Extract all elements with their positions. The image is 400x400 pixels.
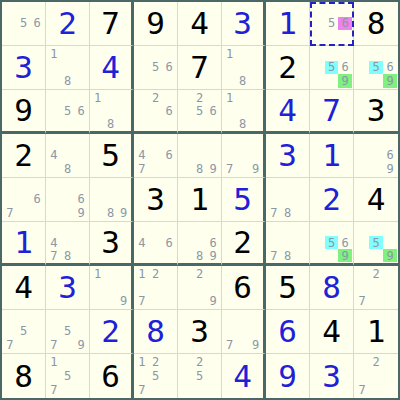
given-digit-8: 8: [14, 361, 33, 392]
cell-r6c4[interactable]: 46: [134, 222, 178, 266]
candidate-empty: [162, 74, 176, 88]
pencil-marks: 579: [47, 311, 88, 352]
pencil-marks: 59: [355, 223, 397, 262]
cell-r8c9[interactable]: 1: [354, 310, 398, 354]
candidate-empty: [47, 135, 61, 149]
candidate-empty: [267, 193, 281, 207]
candidate-5: 5: [61, 325, 75, 339]
cell-r7c5[interactable]: 29: [178, 266, 222, 310]
candidate-5: 5: [149, 369, 163, 383]
candidate-7: 7: [47, 383, 61, 397]
candidate-empty: [193, 223, 207, 236]
given-digit-1: 1: [190, 184, 209, 215]
candidate-empty: [383, 267, 397, 281]
cell-r4c8[interactable]: 1: [310, 134, 354, 178]
candidate-empty: [311, 249, 325, 262]
candidate-empty: [294, 249, 308, 262]
candidate-9-highlight-green: 9: [383, 249, 397, 262]
cell-r9c8[interactable]: 3: [310, 354, 354, 398]
candidate-empty: [30, 311, 44, 325]
candidate-9: 9: [206, 162, 220, 176]
cell-r3c9[interactable]: 3: [354, 90, 398, 134]
candidate-6: 6: [206, 236, 220, 249]
pencil-marks: 1257: [135, 355, 176, 397]
pencil-marks: 467: [135, 135, 176, 176]
cell-r9c6[interactable]: 4: [222, 354, 266, 398]
cell-r3c8[interactable]: 7: [310, 90, 354, 134]
candidate-empty: [61, 61, 75, 75]
candidate-5-highlight-cyan: 5: [369, 61, 383, 75]
candidate-8: 8: [193, 162, 207, 176]
candidate-empty: [311, 30, 325, 44]
cell-r9c7[interactable]: 9: [266, 354, 310, 398]
solved-digit-3: 3: [58, 272, 77, 303]
cell-r7c6[interactable]: 6: [222, 266, 266, 310]
candidate-empty: [355, 223, 369, 236]
cell-r8c1[interactable]: 57: [2, 310, 46, 354]
candidate-empty: [179, 355, 193, 369]
candidate-empty: [369, 383, 383, 397]
given-digit-1: 1: [367, 316, 386, 347]
candidate-empty: [206, 369, 220, 383]
candidate-empty: [294, 193, 308, 207]
candidate-empty: [135, 91, 149, 104]
candidate-empty: [179, 104, 193, 117]
candidate-empty: [249, 47, 262, 61]
cell-r4c3[interactable]: 5: [90, 134, 134, 178]
candidate-2: 2: [369, 267, 383, 281]
pencil-marks: 478: [47, 223, 88, 262]
candidate-6: 6: [162, 236, 176, 249]
cell-r2c6[interactable]: 18: [222, 46, 266, 90]
cell-r9c3[interactable]: 6: [90, 354, 134, 398]
candidate-empty: [117, 193, 130, 207]
cell-r3c2[interactable]: 56: [46, 90, 90, 134]
candidate-5: 5: [17, 325, 31, 339]
candidate-empty: [383, 383, 397, 397]
candidate-empty: [135, 223, 149, 236]
candidate-empty: [135, 249, 149, 262]
candidate-empty: [193, 383, 207, 397]
candidate-1: 1: [223, 91, 236, 104]
cell-r7c8[interactable]: 8: [310, 266, 354, 310]
candidate-empty: [74, 91, 88, 104]
candidate-empty: [61, 179, 75, 193]
candidate-empty: [311, 61, 325, 75]
pencil-marks: 56: [135, 47, 176, 88]
given-digit-2: 2: [14, 140, 33, 171]
cell-r4c9[interactable]: 69: [354, 134, 398, 178]
candidate-empty: [149, 236, 163, 249]
candidate-7: 7: [223, 338, 236, 352]
candidate-empty: [369, 149, 383, 163]
candidate-5: 5: [193, 369, 207, 383]
cell-r1c3[interactable]: 7: [90, 2, 134, 46]
cell-r5c3[interactable]: 89: [90, 178, 134, 222]
candidate-empty: [369, 281, 383, 295]
candidate-empty: [383, 47, 397, 61]
cell-r2c7[interactable]: 2: [266, 46, 310, 90]
candidate-7: 7: [355, 383, 369, 397]
cell-r8c5[interactable]: 3: [178, 310, 222, 354]
cell-r8c2[interactable]: 579: [46, 310, 90, 354]
candidate-empty: [369, 294, 383, 308]
cell-r4c4[interactable]: 467: [134, 134, 178, 178]
candidate-5-highlight-cyan: 5: [369, 236, 383, 249]
cell-r5c9[interactable]: 4: [354, 178, 398, 222]
candidate-empty: [206, 91, 220, 104]
candidate-5: 5: [149, 61, 163, 75]
candidate-empty: [311, 223, 325, 236]
cell-r3c6[interactable]: 18: [222, 90, 266, 134]
pencil-marks: 69: [355, 135, 397, 176]
cell-r9c2[interactable]: 157: [46, 354, 90, 398]
cell-r3c1[interactable]: 9: [2, 90, 46, 134]
candidate-empty: [162, 369, 176, 383]
given-digit-4: 4: [367, 184, 386, 215]
candidate-empty: [61, 236, 75, 249]
candidate-empty: [311, 236, 325, 249]
cell-r8c3[interactable]: 2: [90, 310, 134, 354]
pencil-marks: 27: [355, 267, 397, 308]
cell-r8c7[interactable]: 6: [266, 310, 310, 354]
cell-r2c4[interactable]: 56: [134, 46, 178, 90]
candidate-9: 9: [206, 294, 220, 308]
solved-digit-3: 3: [278, 140, 297, 171]
given-digit-5: 5: [278, 272, 297, 303]
candidate-empty: [179, 267, 193, 281]
candidate-empty: [104, 179, 117, 193]
candidate-empty: [162, 294, 176, 308]
candidate-empty: [135, 61, 149, 75]
candidate-empty: [179, 249, 193, 262]
cell-r6c8[interactable]: 569: [310, 222, 354, 266]
cell-r8c4[interactable]: 8: [134, 310, 178, 354]
candidate-empty: [149, 135, 163, 149]
cell-r6c6[interactable]: 2: [222, 222, 266, 266]
cell-r6c9[interactable]: 59: [354, 222, 398, 266]
candidate-empty: [249, 149, 262, 163]
pencil-marks: 89: [179, 135, 220, 176]
candidate-6: 6: [162, 149, 176, 163]
cell-r5c8[interactable]: 2: [310, 178, 354, 222]
candidate-empty: [179, 91, 193, 104]
cell-r7c1[interactable]: 4: [2, 266, 46, 310]
candidate-8: 8: [281, 249, 295, 262]
cell-r4c2[interactable]: 48: [46, 134, 90, 178]
candidate-5: 5: [325, 17, 339, 31]
candidate-empty: [325, 3, 339, 17]
cell-r2c2[interactable]: 18: [46, 46, 90, 90]
candidate-empty: [61, 311, 75, 325]
candidate-empty: [104, 267, 117, 281]
solved-digit-4: 4: [101, 52, 120, 83]
given-digit-3: 3: [367, 95, 386, 126]
solved-digit-1: 1: [322, 140, 341, 171]
candidate-7: 7: [267, 249, 281, 262]
candidate-empty: [17, 179, 31, 193]
candidate-7: 7: [135, 383, 149, 397]
candidate-empty: [236, 47, 249, 61]
candidate-empty: [3, 17, 17, 31]
candidate-empty: [149, 294, 163, 308]
cell-r3c7[interactable]: 4: [266, 90, 310, 134]
candidate-1: 1: [47, 355, 61, 369]
candidate-empty: [193, 117, 207, 130]
cell-r6c5[interactable]: 689: [178, 222, 222, 266]
candidate-empty: [91, 117, 104, 130]
candidate-empty: [162, 249, 176, 262]
candidate-empty: [162, 223, 176, 236]
cell-r1c4[interactable]: 9: [134, 2, 178, 46]
candidate-empty: [61, 206, 75, 220]
candidate-empty: [17, 311, 31, 325]
cell-r7c4[interactable]: 127: [134, 266, 178, 310]
pencil-marks: 689: [179, 223, 220, 262]
cell-r9c1[interactable]: 8: [2, 354, 46, 398]
cell-r3c5[interactable]: 256: [178, 90, 222, 134]
candidate-empty: [383, 369, 397, 383]
candidate-7: 7: [47, 249, 61, 262]
cell-r1c9[interactable]: 8: [354, 2, 398, 46]
pencil-marks: 569: [311, 47, 352, 88]
given-digit-6: 6: [233, 272, 252, 303]
candidate-empty: [17, 3, 31, 17]
pencil-marks: 56: [3, 3, 44, 44]
given-digit-8: 8: [367, 8, 386, 39]
cell-r2c1[interactable]: 3: [2, 46, 46, 90]
candidate-empty: [91, 281, 104, 295]
candidate-empty: [383, 135, 397, 149]
candidate-empty: [236, 61, 249, 75]
candidate-empty: [149, 149, 163, 163]
candidate-8: 8: [61, 74, 75, 88]
candidate-empty: [61, 223, 75, 236]
candidate-empty: [162, 117, 176, 130]
candidate-9: 9: [117, 206, 130, 220]
candidate-empty: [236, 91, 249, 104]
candidate-empty: [91, 294, 104, 308]
cell-r7c3[interactable]: 19: [90, 266, 134, 310]
pencil-marks: 48: [47, 135, 88, 176]
cell-r9c4[interactable]: 1257: [134, 354, 178, 398]
given-digit-3: 3: [146, 184, 165, 215]
candidate-empty: [61, 193, 75, 207]
candidate-empty: [3, 311, 17, 325]
cell-r2c5[interactable]: 7: [178, 46, 222, 90]
candidate-empty: [30, 3, 44, 17]
cell-r2c9[interactable]: 569: [354, 46, 398, 90]
candidate-6: 6: [30, 193, 44, 207]
pencil-marks: 89: [91, 179, 130, 220]
solved-digit-8: 8: [146, 316, 165, 347]
pencil-marks: 569: [355, 47, 397, 88]
candidate-empty: [47, 179, 61, 193]
solved-digit-3: 3: [14, 52, 33, 83]
candidate-empty: [117, 117, 130, 130]
candidate-empty: [91, 206, 104, 220]
cell-r1c1[interactable]: 56: [2, 2, 46, 46]
candidate-empty: [162, 267, 176, 281]
candidate-empty: [281, 223, 295, 236]
candidate-empty: [47, 311, 61, 325]
cell-r3c4[interactable]: 26: [134, 90, 178, 134]
solved-digit-5: 5: [233, 184, 252, 215]
candidate-empty: [61, 383, 75, 397]
cell-r5c4[interactable]: 3: [134, 178, 178, 222]
candidate-empty: [3, 325, 17, 339]
cell-r4c1[interactable]: 2: [2, 134, 46, 178]
candidate-empty: [383, 223, 397, 236]
candidate-empty: [179, 383, 193, 397]
candidate-7: 7: [267, 206, 281, 220]
cell-r8c6[interactable]: 79: [222, 310, 266, 354]
candidate-empty: [74, 249, 88, 262]
candidate-empty: [294, 179, 308, 193]
cell-r2c8[interactable]: 569: [310, 46, 354, 90]
candidate-empty: [223, 135, 236, 149]
candidate-empty: [179, 369, 193, 383]
candidate-empty: [162, 91, 176, 104]
cell-r6c7[interactable]: 78: [266, 222, 310, 266]
candidate-5: 5: [61, 104, 75, 117]
candidate-empty: [355, 249, 369, 262]
candidate-empty: [281, 193, 295, 207]
candidate-empty: [369, 135, 383, 149]
candidate-empty: [47, 104, 61, 117]
cell-r1c2[interactable]: 2: [46, 2, 90, 46]
candidate-empty: [179, 162, 193, 176]
candidate-8: 8: [104, 117, 117, 130]
cell-r5c1[interactable]: 67: [2, 178, 46, 222]
candidate-empty: [369, 162, 383, 176]
candidate-empty: [47, 206, 61, 220]
candidate-empty: [149, 162, 163, 176]
candidate-empty: [135, 117, 149, 130]
solved-digit-4: 4: [278, 95, 297, 126]
pencil-marks: 79: [223, 135, 262, 176]
candidate-empty: [193, 236, 207, 249]
candidate-empty: [179, 236, 193, 249]
candidate-empty: [149, 104, 163, 117]
candidate-empty: [74, 311, 88, 325]
candidate-empty: [206, 281, 220, 295]
cell-r1c8-selected[interactable]: 56: [310, 2, 354, 46]
candidate-empty: [267, 236, 281, 249]
candidate-1: 1: [223, 47, 236, 61]
candidate-4: 4: [47, 149, 61, 163]
given-digit-7: 7: [101, 8, 120, 39]
candidate-empty: [162, 355, 176, 369]
solved-digit-7: 7: [322, 95, 341, 126]
cell-r9c5[interactable]: 25: [178, 354, 222, 398]
pencil-marks: 57: [3, 311, 44, 352]
candidate-empty: [179, 294, 193, 308]
candidate-empty: [91, 193, 104, 207]
cell-r5c5[interactable]: 1: [178, 178, 222, 222]
candidate-9-highlight-green: 9: [338, 249, 352, 262]
cell-r6c3[interactable]: 3: [90, 222, 134, 266]
cell-r9c9[interactable]: 27: [354, 354, 398, 398]
cell-r4c6[interactable]: 79: [222, 134, 266, 178]
candidate-empty: [30, 30, 44, 44]
pencil-marks: 78: [267, 179, 308, 220]
candidate-empty: [47, 74, 61, 88]
candidate-empty: [17, 338, 31, 352]
candidate-6: 6: [383, 61, 397, 75]
candidate-empty: [74, 369, 88, 383]
candidate-empty: [236, 325, 249, 339]
candidate-empty: [74, 236, 88, 249]
cell-r4c7[interactable]: 3: [266, 134, 310, 178]
candidate-1: 1: [135, 267, 149, 281]
candidate-6-highlight-magenta: 6: [338, 17, 352, 31]
cell-r5c6[interactable]: 5: [222, 178, 266, 222]
pencil-marks: 18: [223, 47, 262, 88]
cell-r1c7[interactable]: 1: [266, 2, 310, 46]
cell-r4c5[interactable]: 89: [178, 134, 222, 178]
candidate-empty: [117, 91, 130, 104]
cell-r3c3[interactable]: 18: [90, 90, 134, 134]
candidate-empty: [30, 338, 44, 352]
pencil-marks: 127: [135, 267, 176, 308]
candidate-2: 2: [193, 355, 207, 369]
candidate-empty: [325, 249, 339, 262]
candidate-empty: [149, 74, 163, 88]
candidate-9: 9: [117, 294, 130, 308]
cell-r8c8[interactable]: 4: [310, 310, 354, 354]
candidate-empty: [355, 61, 369, 75]
cell-r1c6[interactable]: 3: [222, 2, 266, 46]
candidate-5: 5: [17, 17, 31, 31]
cell-r1c5[interactable]: 4: [178, 2, 222, 46]
candidate-empty: [223, 61, 236, 75]
candidate-empty: [74, 47, 88, 61]
candidate-empty: [249, 311, 262, 325]
candidate-empty: [47, 91, 61, 104]
candidate-empty: [338, 30, 352, 44]
cell-r2c3[interactable]: 4: [90, 46, 134, 90]
cell-r7c7[interactable]: 5: [266, 266, 310, 310]
candidate-6: 6: [383, 149, 397, 163]
cell-r6c2[interactable]: 478: [46, 222, 90, 266]
candidate-7: 7: [3, 206, 17, 220]
candidate-empty: [74, 149, 88, 163]
solved-digit-1: 1: [278, 8, 297, 39]
candidate-empty: [74, 179, 88, 193]
candidate-empty: [179, 135, 193, 149]
candidate-2: 2: [369, 355, 383, 369]
pencil-marks: 56: [47, 91, 88, 130]
candidate-empty: [104, 281, 117, 295]
candidate-empty: [104, 91, 117, 104]
candidate-empty: [74, 383, 88, 397]
candidate-empty: [223, 311, 236, 325]
candidate-empty: [135, 104, 149, 117]
cell-r7c9[interactable]: 27: [354, 266, 398, 310]
candidate-9: 9: [206, 249, 220, 262]
cell-r5c2[interactable]: 69: [46, 178, 90, 222]
candidate-2: 2: [149, 355, 163, 369]
pencil-marks: 19: [91, 267, 130, 308]
candidate-2: 2: [193, 91, 207, 104]
cell-r7c2[interactable]: 3: [46, 266, 90, 310]
candidate-8: 8: [104, 206, 117, 220]
cell-r6c1[interactable]: 1: [2, 222, 46, 266]
pencil-marks: 256: [179, 91, 220, 130]
candidate-empty: [369, 223, 383, 236]
cell-r5c7[interactable]: 78: [266, 178, 310, 222]
